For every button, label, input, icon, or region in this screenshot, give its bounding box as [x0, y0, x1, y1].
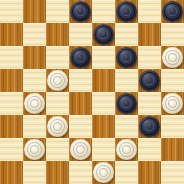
square-e2 — [92, 138, 115, 161]
square-e7[interactable] — [92, 23, 115, 46]
square-h7 — [161, 23, 184, 46]
square-h3 — [161, 115, 184, 138]
square-e4 — [92, 92, 115, 115]
square-a7[interactable] — [0, 23, 23, 46]
black-man-e7[interactable] — [93, 24, 114, 45]
square-h1 — [161, 161, 184, 184]
square-e3[interactable] — [92, 115, 115, 138]
square-h4[interactable] — [161, 92, 184, 115]
square-d4[interactable] — [69, 92, 92, 115]
white-man-f2[interactable] — [116, 139, 137, 160]
square-f4[interactable] — [115, 92, 138, 115]
square-d5 — [69, 69, 92, 92]
square-f7 — [115, 23, 138, 46]
square-d1 — [69, 161, 92, 184]
white-man-h4[interactable] — [162, 93, 183, 114]
square-a5[interactable] — [0, 69, 23, 92]
white-man-c5[interactable] — [47, 70, 68, 91]
square-a2 — [0, 138, 23, 161]
checkers-app — [0, 0, 184, 184]
white-man-b4[interactable] — [24, 93, 45, 114]
square-d6[interactable] — [69, 46, 92, 69]
square-c1[interactable] — [46, 161, 69, 184]
square-f6[interactable] — [115, 46, 138, 69]
square-d7 — [69, 23, 92, 46]
square-b4[interactable] — [23, 92, 46, 115]
black-man-g3[interactable] — [139, 116, 160, 137]
square-g1[interactable] — [138, 161, 161, 184]
black-man-f4[interactable] — [116, 93, 137, 114]
square-g8 — [138, 0, 161, 23]
square-f5 — [115, 69, 138, 92]
square-b2[interactable] — [23, 138, 46, 161]
square-d2[interactable] — [69, 138, 92, 161]
black-man-g5[interactable] — [139, 70, 160, 91]
white-man-h6[interactable] — [162, 47, 183, 68]
black-man-h8[interactable] — [162, 1, 183, 22]
black-man-d8[interactable] — [70, 1, 91, 22]
square-d3 — [69, 115, 92, 138]
square-c2 — [46, 138, 69, 161]
square-c3[interactable] — [46, 115, 69, 138]
square-a3[interactable] — [0, 115, 23, 138]
square-c7[interactable] — [46, 23, 69, 46]
square-b7 — [23, 23, 46, 46]
square-a8 — [0, 0, 23, 23]
square-h6[interactable] — [161, 46, 184, 69]
black-man-f8[interactable] — [116, 1, 137, 22]
square-c5[interactable] — [46, 69, 69, 92]
square-c4 — [46, 92, 69, 115]
square-g5[interactable] — [138, 69, 161, 92]
square-h5 — [161, 69, 184, 92]
square-a6 — [0, 46, 23, 69]
square-g4 — [138, 92, 161, 115]
square-e1[interactable] — [92, 161, 115, 184]
square-c8 — [46, 0, 69, 23]
square-h8[interactable] — [161, 0, 184, 23]
square-c6 — [46, 46, 69, 69]
square-h2[interactable] — [161, 138, 184, 161]
square-a4 — [0, 92, 23, 115]
square-g7[interactable] — [138, 23, 161, 46]
square-b5 — [23, 69, 46, 92]
white-man-d2[interactable] — [70, 139, 91, 160]
square-e6 — [92, 46, 115, 69]
square-f2[interactable] — [115, 138, 138, 161]
square-b8[interactable] — [23, 0, 46, 23]
black-man-f6[interactable] — [116, 47, 137, 68]
white-man-c3[interactable] — [47, 116, 68, 137]
square-g2 — [138, 138, 161, 161]
square-d8[interactable] — [69, 0, 92, 23]
white-man-e1[interactable] — [93, 162, 114, 183]
square-g3[interactable] — [138, 115, 161, 138]
square-f3 — [115, 115, 138, 138]
checkers-board — [0, 0, 184, 184]
square-e5[interactable] — [92, 69, 115, 92]
black-man-d6[interactable] — [70, 47, 91, 68]
square-e8 — [92, 0, 115, 23]
square-b1 — [23, 161, 46, 184]
square-f1 — [115, 161, 138, 184]
square-a1[interactable] — [0, 161, 23, 184]
square-b6[interactable] — [23, 46, 46, 69]
square-g6 — [138, 46, 161, 69]
white-man-b2[interactable] — [24, 139, 45, 160]
square-f8[interactable] — [115, 0, 138, 23]
square-b3 — [23, 115, 46, 138]
